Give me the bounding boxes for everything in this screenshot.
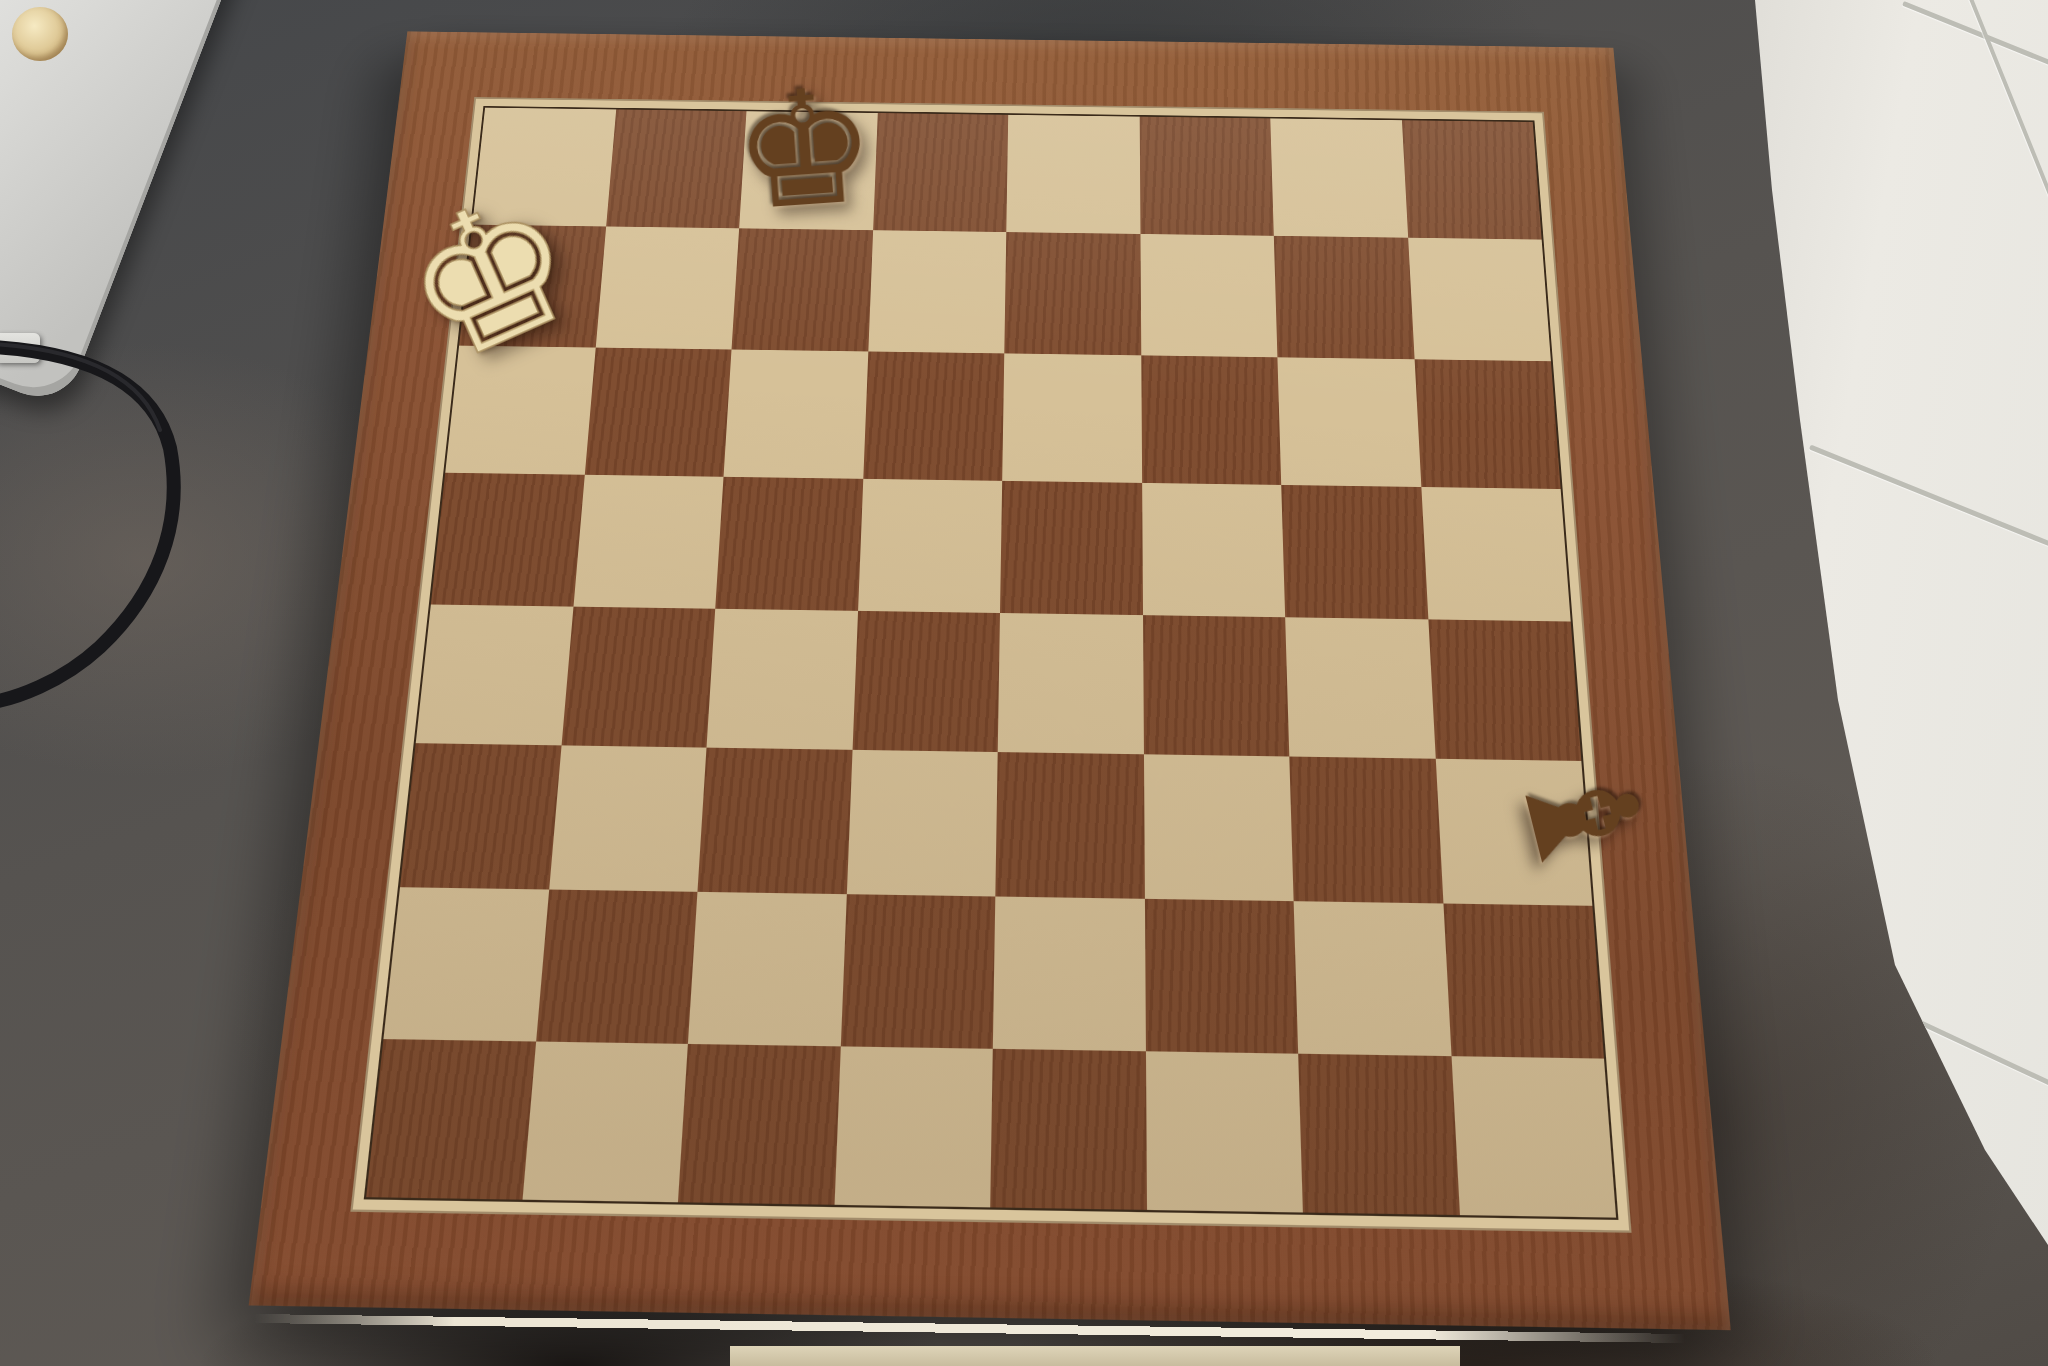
square-f8 — [1139, 117, 1274, 236]
power-cable — [0, 0, 260, 760]
white-pawn-head — [12, 7, 68, 61]
square-e1 — [990, 1048, 1146, 1210]
square-b2 — [536, 890, 698, 1044]
square-e7 — [1004, 232, 1141, 356]
square-a6 — [445, 346, 595, 475]
square-a7 — [459, 224, 606, 347]
square-e4 — [998, 613, 1144, 754]
square-c7 — [732, 228, 873, 352]
square-d7 — [868, 230, 1006, 354]
board-grid — [366, 108, 1616, 1218]
scene: ♚ ♚ ♝ — [0, 0, 2048, 1366]
square-a8 — [472, 108, 615, 226]
square-b8 — [606, 109, 747, 227]
square-a3 — [400, 743, 561, 890]
square-c3 — [697, 747, 852, 894]
square-e3 — [995, 752, 1144, 899]
square-c5 — [715, 476, 863, 611]
square-a1 — [366, 1039, 535, 1200]
square-d2 — [840, 894, 995, 1048]
square-d6 — [863, 351, 1004, 480]
square-c4 — [707, 609, 858, 750]
tile-grout-line — [1809, 445, 2048, 551]
square-g8 — [1270, 118, 1407, 237]
square-d4 — [852, 611, 1000, 752]
square-b5 — [573, 474, 724, 608]
square-h5 — [1421, 487, 1571, 622]
square-f3 — [1143, 754, 1293, 901]
square-f5 — [1142, 482, 1286, 617]
square-c6 — [724, 350, 868, 479]
square-g7 — [1274, 235, 1414, 359]
square-b7 — [595, 226, 739, 349]
square-c2 — [688, 892, 846, 1046]
square-f7 — [1140, 234, 1277, 358]
square-g6 — [1277, 357, 1420, 486]
square-h4 — [1428, 619, 1581, 760]
square-b3 — [549, 745, 707, 892]
square-f1 — [1145, 1051, 1302, 1213]
square-g2 — [1294, 901, 1451, 1055]
square-b4 — [561, 607, 715, 747]
square-h7 — [1408, 237, 1551, 361]
square-a4 — [416, 604, 573, 744]
square-b6 — [584, 348, 731, 477]
bench-edge — [730, 1346, 1460, 1366]
square-h1 — [1451, 1056, 1616, 1218]
square-d5 — [858, 478, 1003, 613]
square-d3 — [846, 749, 997, 896]
square-h2 — [1443, 903, 1604, 1058]
square-b1 — [522, 1041, 688, 1202]
square-a2 — [383, 887, 548, 1041]
square-h3 — [1435, 758, 1592, 906]
square-h8 — [1401, 120, 1541, 239]
square-e5 — [1000, 480, 1143, 615]
square-d8 — [873, 113, 1009, 232]
square-e2 — [993, 897, 1146, 1051]
square-h6 — [1414, 359, 1560, 488]
square-e8 — [1006, 115, 1140, 234]
square-d1 — [834, 1046, 993, 1208]
square-f4 — [1143, 615, 1290, 756]
square-g4 — [1285, 617, 1435, 758]
chess-board — [249, 31, 1731, 1330]
square-c1 — [678, 1043, 840, 1204]
square-a5 — [431, 472, 585, 606]
square-g1 — [1298, 1053, 1459, 1215]
square-f6 — [1141, 355, 1281, 484]
square-g3 — [1289, 756, 1443, 903]
square-f2 — [1144, 899, 1298, 1053]
square-g5 — [1281, 484, 1428, 619]
square-c8 — [739, 111, 877, 230]
square-e6 — [1002, 353, 1141, 482]
